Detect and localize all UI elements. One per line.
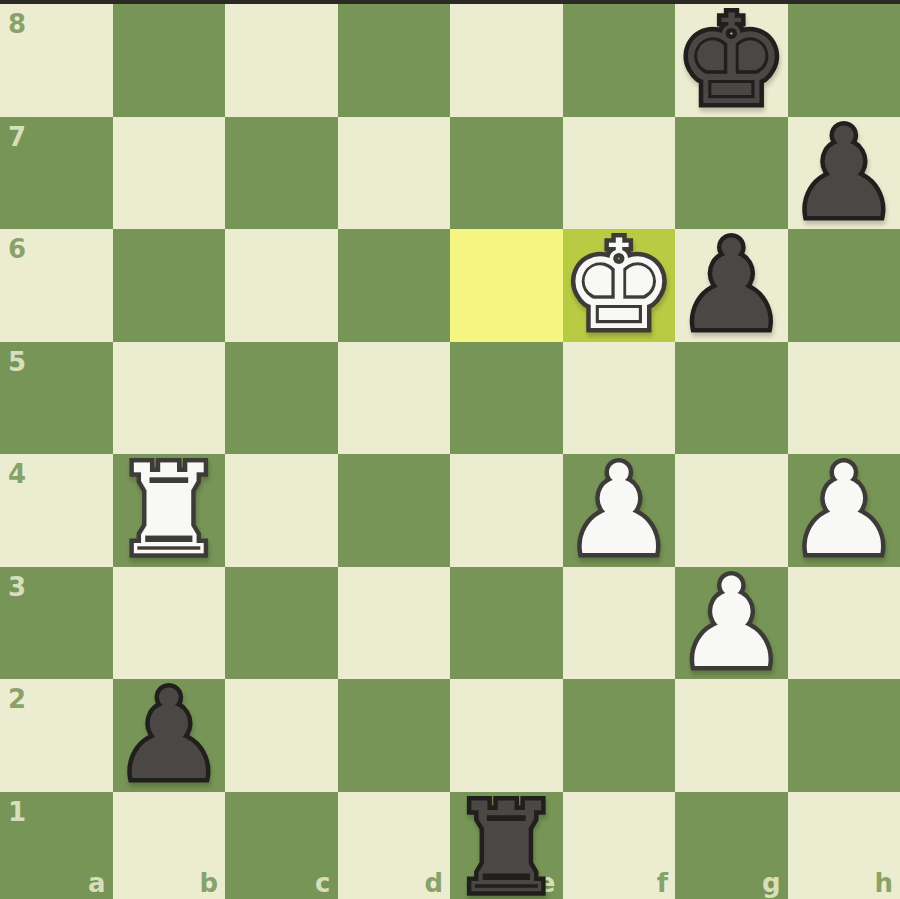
square-e4[interactable] [450,454,563,567]
square-f4[interactable] [563,454,676,567]
black-rook-e1[interactable] [450,792,563,899]
square-d4[interactable] [338,454,451,567]
square-a6[interactable]: 6 [0,229,113,342]
square-b7[interactable] [113,117,226,230]
square-g6[interactable] [675,229,788,342]
square-b1[interactable]: b [113,792,226,899]
square-a7[interactable]: 7 [0,117,113,230]
square-d7[interactable] [338,117,451,230]
square-b5[interactable] [113,342,226,455]
square-g7[interactable] [675,117,788,230]
square-c3[interactable] [225,567,338,680]
square-g1[interactable]: g [675,792,788,899]
rank-label-5: 5 [8,349,26,375]
square-d5[interactable] [338,342,451,455]
square-b2[interactable] [113,679,226,792]
square-c2[interactable] [225,679,338,792]
square-b6[interactable] [113,229,226,342]
chess-app-screen: 87654321abcdefgh [0,0,900,899]
square-c7[interactable] [225,117,338,230]
square-h7[interactable] [788,117,900,230]
square-a5[interactable]: 5 [0,342,113,455]
square-f5[interactable] [563,342,676,455]
square-g4[interactable] [675,454,788,567]
square-d6[interactable] [338,229,451,342]
square-a1[interactable]: 1a [0,792,113,899]
square-e5[interactable] [450,342,563,455]
square-g2[interactable] [675,679,788,792]
white-king-f6[interactable] [563,229,676,342]
white-pawn-g3[interactable] [675,567,788,680]
rank-label-6: 6 [8,236,26,262]
square-h4[interactable] [788,454,900,567]
square-g8[interactable] [675,4,788,117]
file-label-f: f [657,870,668,896]
square-d8[interactable] [338,4,451,117]
black-pawn-b2[interactable] [113,679,226,792]
square-h2[interactable] [788,679,900,792]
square-a3[interactable]: 3 [0,567,113,680]
square-e6[interactable] [450,229,563,342]
square-f7[interactable] [563,117,676,230]
square-e3[interactable] [450,567,563,680]
square-d3[interactable] [338,567,451,680]
square-c5[interactable] [225,342,338,455]
file-label-c: c [315,870,330,896]
file-label-h: h [874,870,893,896]
white-rook-b4[interactable] [113,454,226,567]
square-h6[interactable] [788,229,900,342]
square-e7[interactable] [450,117,563,230]
file-label-b: b [199,870,218,896]
rank-label-7: 7 [8,124,26,150]
square-a8[interactable]: 8 [0,4,113,117]
black-pawn-h7[interactable] [788,117,900,230]
square-h1[interactable]: h [788,792,900,899]
square-e2[interactable] [450,679,563,792]
square-b3[interactable] [113,567,226,680]
square-g3[interactable] [675,567,788,680]
square-d2[interactable] [338,679,451,792]
rank-label-2: 2 [8,686,26,712]
square-f3[interactable] [563,567,676,680]
square-e1[interactable]: e [450,792,563,899]
white-pawn-h4[interactable] [788,454,900,567]
square-h5[interactable] [788,342,900,455]
rank-label-3: 3 [8,574,26,600]
black-king-g8[interactable] [675,4,788,117]
square-d1[interactable]: d [338,792,451,899]
chess-board: 87654321abcdefgh [0,4,900,899]
rank-label-8: 8 [8,11,26,37]
file-label-d: d [424,870,443,896]
square-f2[interactable] [563,679,676,792]
square-b4[interactable] [113,454,226,567]
white-pawn-f4[interactable] [563,454,676,567]
rank-label-1: 1 [8,799,26,825]
square-g5[interactable] [675,342,788,455]
square-e8[interactable] [450,4,563,117]
file-label-g: g [762,870,781,896]
square-h8[interactable] [788,4,900,117]
rank-label-4: 4 [8,461,26,487]
square-h3[interactable] [788,567,900,680]
black-pawn-g6[interactable] [675,229,788,342]
square-c4[interactable] [225,454,338,567]
square-c8[interactable] [225,4,338,117]
square-f1[interactable]: f [563,792,676,899]
square-a4[interactable]: 4 [0,454,113,567]
square-f8[interactable] [563,4,676,117]
file-label-a: a [88,870,106,896]
square-b8[interactable] [113,4,226,117]
square-a2[interactable]: 2 [0,679,113,792]
square-c6[interactable] [225,229,338,342]
square-c1[interactable]: c [225,792,338,899]
square-f6[interactable] [563,229,676,342]
